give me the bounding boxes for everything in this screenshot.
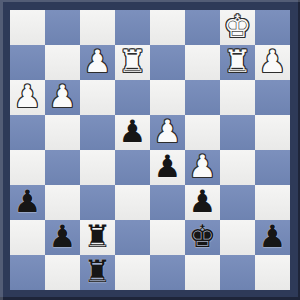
- square-b4[interactable]: [45, 150, 80, 185]
- square-d6[interactable]: [115, 80, 150, 115]
- square-h2[interactable]: ♟: [255, 220, 290, 255]
- square-e4[interactable]: ♟: [150, 150, 185, 185]
- square-e6[interactable]: [150, 80, 185, 115]
- piece-white-pawn[interactable]: ♟: [259, 44, 287, 79]
- square-g6[interactable]: [220, 80, 255, 115]
- square-c4[interactable]: [80, 150, 115, 185]
- square-h1[interactable]: [255, 255, 290, 290]
- square-e7[interactable]: [150, 45, 185, 80]
- square-d5[interactable]: ♟: [115, 115, 150, 150]
- square-d3[interactable]: [115, 185, 150, 220]
- square-c3[interactable]: [80, 185, 115, 220]
- square-c5[interactable]: [80, 115, 115, 150]
- square-a1[interactable]: [10, 255, 45, 290]
- square-c8[interactable]: [80, 10, 115, 45]
- square-h4[interactable]: [255, 150, 290, 185]
- piece-white-pawn[interactable]: ♟: [189, 149, 217, 184]
- square-a3[interactable]: ♟: [10, 185, 45, 220]
- piece-white-rook[interactable]: ♜: [119, 44, 147, 79]
- square-a5[interactable]: [10, 115, 45, 150]
- square-g3[interactable]: [220, 185, 255, 220]
- square-c6[interactable]: [80, 80, 115, 115]
- square-h5[interactable]: [255, 115, 290, 150]
- piece-black-rook[interactable]: ♜: [84, 254, 112, 289]
- square-e2[interactable]: [150, 220, 185, 255]
- square-b5[interactable]: [45, 115, 80, 150]
- square-e8[interactable]: [150, 10, 185, 45]
- square-e3[interactable]: [150, 185, 185, 220]
- piece-white-king[interactable]: ♚: [224, 9, 252, 44]
- square-h8[interactable]: [255, 10, 290, 45]
- square-g2[interactable]: [220, 220, 255, 255]
- square-a2[interactable]: [10, 220, 45, 255]
- piece-black-pawn[interactable]: ♟: [14, 184, 42, 219]
- square-a7[interactable]: [10, 45, 45, 80]
- square-f1[interactable]: [185, 255, 220, 290]
- piece-white-pawn[interactable]: ♟: [14, 79, 42, 114]
- piece-white-pawn[interactable]: ♟: [84, 44, 112, 79]
- square-d7[interactable]: ♜: [115, 45, 150, 80]
- square-d2[interactable]: [115, 220, 150, 255]
- square-f3[interactable]: ♟: [185, 185, 220, 220]
- square-b7[interactable]: [45, 45, 80, 80]
- square-f8[interactable]: [185, 10, 220, 45]
- piece-white-pawn[interactable]: ♟: [49, 79, 77, 114]
- square-d8[interactable]: [115, 10, 150, 45]
- square-h3[interactable]: [255, 185, 290, 220]
- square-a8[interactable]: [10, 10, 45, 45]
- piece-white-rook[interactable]: ♜: [224, 44, 252, 79]
- square-d1[interactable]: [115, 255, 150, 290]
- piece-black-pawn[interactable]: ♟: [259, 219, 287, 254]
- piece-black-pawn[interactable]: ♟: [49, 219, 77, 254]
- square-f6[interactable]: [185, 80, 220, 115]
- square-h7[interactable]: ♟: [255, 45, 290, 80]
- piece-black-king[interactable]: ♚: [189, 219, 217, 254]
- square-b2[interactable]: ♟: [45, 220, 80, 255]
- square-a6[interactable]: ♟: [10, 80, 45, 115]
- piece-black-rook[interactable]: ♜: [84, 219, 112, 254]
- square-g7[interactable]: ♜: [220, 45, 255, 80]
- piece-white-pawn[interactable]: ♟: [154, 114, 182, 149]
- board-frame: ♚♟♜♜♟♟♟♟♟♟♟♟♟♟♜♚♟♜: [0, 0, 300, 300]
- piece-black-pawn[interactable]: ♟: [154, 149, 182, 184]
- square-b6[interactable]: ♟: [45, 80, 80, 115]
- square-g1[interactable]: [220, 255, 255, 290]
- square-f5[interactable]: [185, 115, 220, 150]
- square-b3[interactable]: [45, 185, 80, 220]
- piece-black-pawn[interactable]: ♟: [119, 114, 147, 149]
- square-f2[interactable]: ♚: [185, 220, 220, 255]
- square-f4[interactable]: ♟: [185, 150, 220, 185]
- square-g8[interactable]: ♚: [220, 10, 255, 45]
- square-d4[interactable]: [115, 150, 150, 185]
- square-e1[interactable]: [150, 255, 185, 290]
- square-c7[interactable]: ♟: [80, 45, 115, 80]
- square-g5[interactable]: [220, 115, 255, 150]
- square-a4[interactable]: [10, 150, 45, 185]
- chess-board: ♚♟♜♜♟♟♟♟♟♟♟♟♟♟♜♚♟♜: [10, 10, 290, 290]
- square-g4[interactable]: [220, 150, 255, 185]
- square-b8[interactable]: [45, 10, 80, 45]
- square-f7[interactable]: [185, 45, 220, 80]
- square-e5[interactable]: ♟: [150, 115, 185, 150]
- square-c1[interactable]: ♜: [80, 255, 115, 290]
- square-b1[interactable]: [45, 255, 80, 290]
- piece-black-pawn[interactable]: ♟: [189, 184, 217, 219]
- square-h6[interactable]: [255, 80, 290, 115]
- square-c2[interactable]: ♜: [80, 220, 115, 255]
